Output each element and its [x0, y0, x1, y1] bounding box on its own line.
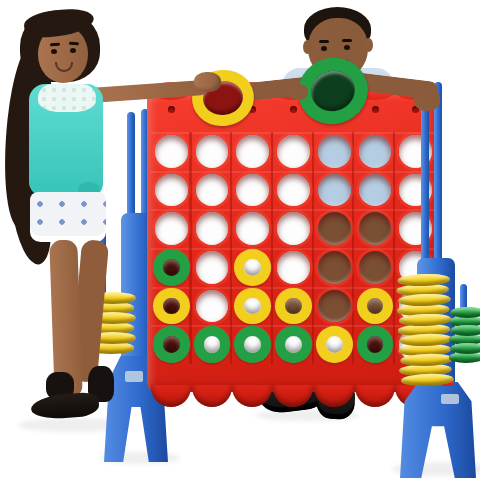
- cell-r3c4[interactable]: [273, 209, 314, 248]
- cell-r5c6[interactable]: [355, 287, 396, 326]
- board-hole: [318, 212, 351, 245]
- brand-plate: [125, 371, 143, 382]
- girl-eye: [70, 48, 76, 53]
- yellow-ring-piece: [275, 288, 312, 325]
- cell-r6c4[interactable]: [273, 325, 314, 364]
- left-post-pole: [127, 112, 135, 220]
- cell-r6c3[interactable]: [232, 325, 273, 364]
- cell-r2c4[interactable]: [273, 171, 314, 210]
- cell-r3c1[interactable]: [151, 209, 192, 248]
- boy-right-hand: [414, 88, 440, 111]
- cell-r6c5[interactable]: [314, 325, 355, 364]
- green-ring: [451, 343, 480, 354]
- cell-r4c3[interactable]: [232, 248, 273, 287]
- right-post-yellow-ring-stack: [396, 273, 452, 387]
- bottom-scallop-bump: [192, 385, 232, 407]
- cell-r6c6[interactable]: [355, 325, 396, 364]
- green-ring-piece: [234, 326, 271, 363]
- boy-brow: [319, 40, 329, 43]
- board-hole: [196, 290, 229, 323]
- yellow-ring: [401, 373, 453, 387]
- boy-eye: [321, 46, 327, 51]
- cell-r3c3[interactable]: [232, 209, 273, 248]
- green-ring-piece: [275, 326, 312, 363]
- board-hole: [277, 174, 310, 207]
- cell-r1c6[interactable]: [355, 132, 396, 171]
- boy-ear: [303, 40, 312, 54]
- girl-lace-yoke: [38, 84, 96, 112]
- board-hole: [359, 212, 392, 245]
- girl-sandal: [30, 392, 100, 421]
- green-ring-piece: [357, 326, 394, 363]
- rail-rivet: [372, 106, 379, 113]
- girl-brow: [50, 42, 60, 46]
- rail-rivet: [290, 106, 297, 113]
- board-hole: [359, 135, 392, 168]
- girl-hand: [194, 72, 221, 92]
- cell-r6c2[interactable]: [192, 325, 233, 364]
- board-hole: [277, 251, 310, 284]
- cell-r5c3[interactable]: [232, 287, 273, 326]
- right-post-pole: [434, 82, 442, 277]
- board-hole: [318, 251, 351, 284]
- right-post-green-ring-stack: [449, 307, 480, 363]
- cell-r4c4[interactable]: [273, 248, 314, 287]
- cell-r4c2[interactable]: [192, 248, 233, 287]
- cell-r1c7[interactable]: [395, 132, 436, 171]
- board-hole: [155, 135, 188, 168]
- board-hole: [196, 174, 229, 207]
- brand-plate: [441, 394, 459, 404]
- board-hole: [236, 212, 269, 245]
- cell-r3c2[interactable]: [192, 209, 233, 248]
- cell-r4c6[interactable]: [355, 248, 396, 287]
- cell-r6c1[interactable]: [151, 325, 192, 364]
- cell-r2c7[interactable]: [395, 171, 436, 210]
- green-ring: [451, 325, 480, 336]
- connect-four-board: [147, 90, 440, 392]
- yellow-ring-piece: [234, 249, 271, 286]
- girl-brow: [69, 42, 79, 46]
- board-hole: [318, 174, 351, 207]
- cell-r1c4[interactable]: [273, 132, 314, 171]
- cell-r1c3[interactable]: [232, 132, 273, 171]
- green-ring-piece: [153, 326, 190, 363]
- board-hole: [196, 251, 229, 284]
- yellow-ring-piece: [234, 288, 271, 325]
- board-hole: [277, 212, 310, 245]
- cell-r2c5[interactable]: [314, 171, 355, 210]
- cell-r3c5[interactable]: [314, 209, 355, 248]
- boy-left-hand: [288, 84, 308, 100]
- cell-r5c1[interactable]: [151, 287, 192, 326]
- girl-smile: [55, 62, 73, 72]
- cell-r5c4[interactable]: [273, 287, 314, 326]
- yellow-ring-piece: [153, 288, 190, 325]
- board-grid: [151, 132, 436, 364]
- board-hole: [236, 174, 269, 207]
- board-hole: [359, 251, 392, 284]
- girl-eye: [51, 49, 57, 54]
- cell-r2c2[interactable]: [192, 171, 233, 210]
- boy-ear: [364, 38, 373, 52]
- right-post-pole: [421, 85, 429, 277]
- cell-r1c5[interactable]: [314, 132, 355, 171]
- cell-r3c6[interactable]: [355, 209, 396, 248]
- green-ring-piece: [194, 326, 231, 363]
- bottom-scallop-bump: [355, 385, 395, 407]
- cell-r2c6[interactable]: [355, 171, 396, 210]
- green-ring-piece: [153, 249, 190, 286]
- cell-r2c1[interactable]: [151, 171, 192, 210]
- rail-rivet: [168, 106, 175, 113]
- cell-r1c1[interactable]: [151, 132, 192, 171]
- board-hole: [318, 290, 351, 323]
- girl-shorts: [30, 192, 106, 242]
- cell-r1c2[interactable]: [192, 132, 233, 171]
- board-hole: [236, 135, 269, 168]
- boy-eye: [344, 45, 350, 50]
- cell-r3c7[interactable]: [395, 209, 436, 248]
- cell-r5c5[interactable]: [314, 287, 355, 326]
- board-hole: [155, 212, 188, 245]
- board-hole: [155, 174, 188, 207]
- boy-brow: [342, 39, 352, 42]
- cell-r4c1[interactable]: [151, 248, 192, 287]
- green-ring: [451, 307, 480, 318]
- board-hole: [277, 135, 310, 168]
- board-hole: [196, 212, 229, 245]
- board-hole: [196, 135, 229, 168]
- yellow-ring-piece: [357, 288, 394, 325]
- yellow-ring-piece: [316, 326, 353, 363]
- board-hole: [318, 135, 351, 168]
- cell-r2c3[interactable]: [232, 171, 273, 210]
- board-hole: [359, 174, 392, 207]
- photo-scene: [0, 0, 480, 480]
- cell-r4c5[interactable]: [314, 248, 355, 287]
- cell-r5c2[interactable]: [192, 287, 233, 326]
